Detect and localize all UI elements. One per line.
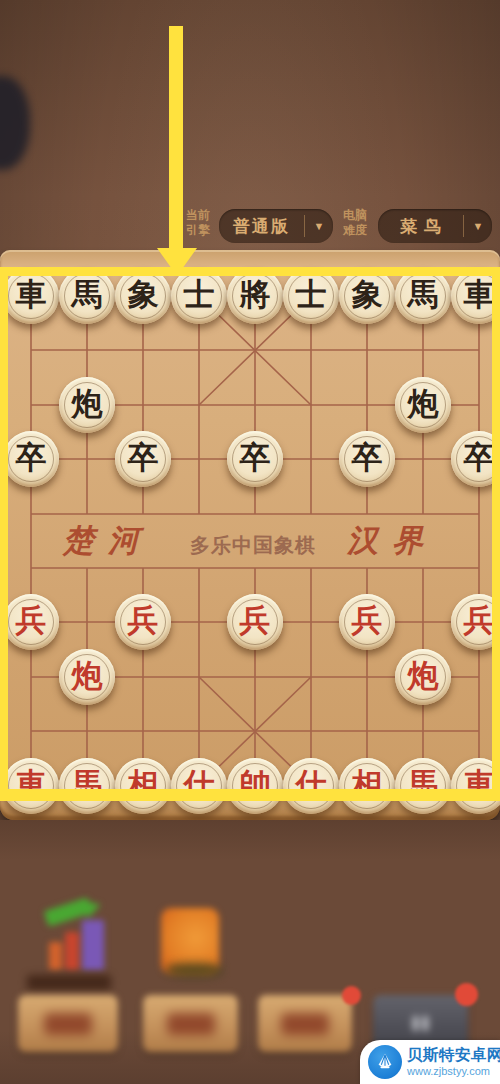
pause-icon bbox=[413, 1016, 428, 1031]
difficulty-label: 电脑 难度 bbox=[340, 208, 370, 238]
piece-black-馬[interactable]: 馬 bbox=[59, 268, 115, 324]
piece-red-相[interactable]: 相 bbox=[339, 758, 395, 814]
bottom-button-1[interactable] bbox=[18, 995, 118, 1052]
highlight-frame-bottom bbox=[0, 789, 500, 801]
site-watermark: 贝斯特安卓网 www.zjbstyy.com bbox=[360, 1040, 500, 1084]
piece-black-馬[interactable]: 馬 bbox=[395, 268, 451, 324]
piece-black-將[interactable]: 將 bbox=[227, 268, 283, 324]
piece-red-兵[interactable]: 兵 bbox=[227, 594, 283, 650]
piece-black-卒[interactable]: 卒 bbox=[3, 431, 59, 487]
river-app-title: 多乐中国象棋 bbox=[162, 531, 344, 559]
river-label-left: 楚河 bbox=[56, 518, 160, 564]
bottom-button-2[interactable] bbox=[143, 995, 238, 1052]
stats-icon-caption-blurred bbox=[27, 975, 111, 990]
piece-red-車[interactable]: 車 bbox=[3, 758, 59, 814]
piece-black-士[interactable]: 士 bbox=[283, 268, 339, 324]
highlight-frame-right bbox=[492, 267, 500, 801]
watermark-site-name: 贝斯特安卓网 bbox=[407, 1047, 500, 1063]
notification-badge bbox=[455, 983, 478, 1006]
bottom-button-3[interactable] bbox=[258, 995, 352, 1052]
engine-dropdown[interactable]: 普通版 ▼ bbox=[219, 209, 333, 243]
piece-red-兵[interactable]: 兵 bbox=[3, 594, 59, 650]
piece-red-仕[interactable]: 仕 bbox=[171, 758, 227, 814]
piece-red-馬[interactable]: 馬 bbox=[395, 758, 451, 814]
chevron-down-icon[interactable]: ▼ bbox=[464, 220, 492, 232]
difficulty-label-line1: 电脑 bbox=[340, 208, 370, 223]
engine-label-line1: 当前 bbox=[183, 208, 213, 223]
piece-black-象[interactable]: 象 bbox=[339, 268, 395, 324]
engine-bar: 当前 引擎 普通版 ▼ 电脑 难度 菜鸟 ▼ bbox=[0, 205, 500, 245]
xiangqi-board[interactable]: 楚河 多乐中国象棋 汉界 bbox=[0, 250, 500, 820]
notification-badge bbox=[342, 986, 361, 1005]
piece-red-馬[interactable]: 馬 bbox=[59, 758, 115, 814]
piece-red-兵[interactable]: 兵 bbox=[339, 594, 395, 650]
engine-dropdown-value: 普通版 bbox=[219, 215, 304, 238]
app-screen: 当前 引擎 普通版 ▼ 电脑 难度 菜鸟 ▼ bbox=[0, 0, 500, 1084]
annotation-arrow-shaft bbox=[169, 26, 183, 250]
left-edge-dark-object bbox=[0, 76, 30, 170]
river-label-right: 汉界 bbox=[338, 518, 446, 564]
piece-black-象[interactable]: 象 bbox=[115, 268, 171, 324]
highlight-frame-top bbox=[0, 267, 500, 276]
piece-red-炮[interactable]: 炮 bbox=[59, 649, 115, 705]
engine-label: 当前 引擎 bbox=[183, 208, 213, 238]
piece-black-卒[interactable]: 卒 bbox=[227, 431, 283, 487]
piece-red-炮[interactable]: 炮 bbox=[395, 649, 451, 705]
difficulty-dropdown-value: 菜鸟 bbox=[378, 215, 463, 238]
piece-red-相[interactable]: 相 bbox=[115, 758, 171, 814]
piece-red-帥[interactable]: 帥 bbox=[227, 758, 283, 814]
engine-label-line2: 引擎 bbox=[183, 223, 213, 238]
watermark-site-url: www.zjbstyy.com bbox=[407, 1066, 500, 1077]
piece-red-仕[interactable]: 仕 bbox=[283, 758, 339, 814]
piece-black-卒[interactable]: 卒 bbox=[115, 431, 171, 487]
piece-black-炮[interactable]: 炮 bbox=[395, 377, 451, 433]
stats-chart-icon[interactable] bbox=[45, 902, 107, 974]
piece-black-炮[interactable]: 炮 bbox=[59, 377, 115, 433]
annotation-arrow-head bbox=[157, 248, 197, 276]
difficulty-label-line2: 难度 bbox=[340, 223, 370, 238]
highlight-frame-left bbox=[0, 267, 8, 801]
chevron-down-icon[interactable]: ▼ bbox=[305, 220, 333, 232]
orange-icon-shadow bbox=[166, 963, 222, 977]
piece-black-卒[interactable]: 卒 bbox=[339, 431, 395, 487]
piece-red-兵[interactable]: 兵 bbox=[115, 594, 171, 650]
difficulty-dropdown[interactable]: 菜鸟 ▼ bbox=[378, 209, 492, 243]
piece-black-士[interactable]: 士 bbox=[171, 268, 227, 324]
piece-black-車[interactable]: 車 bbox=[3, 268, 59, 324]
shell-logo-icon bbox=[368, 1045, 402, 1079]
